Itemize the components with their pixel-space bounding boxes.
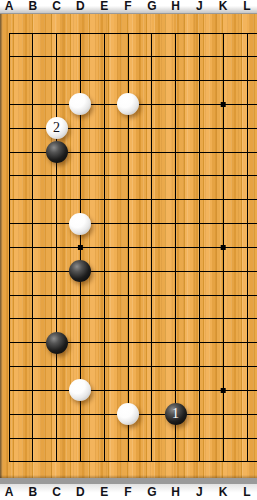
column-label-L: L bbox=[243, 0, 250, 13]
column-label-D: D bbox=[76, 484, 85, 500]
column-label-F: F bbox=[124, 484, 131, 500]
stone-black-H3[interactable]: 1 bbox=[165, 403, 187, 425]
column-label-D: D bbox=[76, 0, 85, 13]
column-label-H: H bbox=[171, 0, 180, 13]
column-label-F: F bbox=[124, 0, 131, 13]
stone-white-D11[interactable] bbox=[69, 213, 91, 235]
column-label-E: E bbox=[100, 484, 108, 500]
column-label-K: K bbox=[219, 0, 228, 13]
column-label-J: J bbox=[196, 0, 203, 13]
stone-white-C15[interactable]: 2 bbox=[46, 117, 68, 139]
goban[interactable]: 21 bbox=[0, 14, 257, 478]
stone-white-D4[interactable] bbox=[69, 379, 91, 401]
stone-white-D16[interactable] bbox=[69, 93, 91, 115]
column-label-B: B bbox=[28, 0, 37, 13]
coordinate-strip-top: ABCDEFGHJKL bbox=[0, 0, 257, 14]
column-label-J: J bbox=[196, 484, 203, 500]
stones-layer: 21 bbox=[0, 21, 257, 474]
column-label-H: H bbox=[171, 484, 180, 500]
stone-black-D9[interactable] bbox=[69, 260, 91, 282]
stone-white-F3[interactable] bbox=[117, 403, 139, 425]
stone-black-C14[interactable] bbox=[46, 141, 68, 163]
column-label-A: A bbox=[5, 0, 14, 13]
coordinate-strip-bottom: ABCDEFGHJKL bbox=[0, 484, 257, 500]
stone-white-F16[interactable] bbox=[117, 93, 139, 115]
column-label-E: E bbox=[100, 0, 108, 13]
column-label-G: G bbox=[147, 484, 156, 500]
move-number: 2 bbox=[53, 120, 60, 135]
column-label-K: K bbox=[219, 484, 228, 500]
go-diagram: ABCDEFGHJKL 21 ABCDEFGHJKL bbox=[0, 0, 257, 500]
column-label-C: C bbox=[52, 0, 61, 13]
column-label-G: G bbox=[147, 0, 156, 13]
column-label-A: A bbox=[5, 484, 14, 500]
column-label-B: B bbox=[28, 484, 37, 500]
move-number: 1 bbox=[172, 406, 179, 421]
stone-black-C6[interactable] bbox=[46, 332, 68, 354]
column-label-C: C bbox=[52, 484, 61, 500]
column-label-L: L bbox=[243, 484, 250, 500]
